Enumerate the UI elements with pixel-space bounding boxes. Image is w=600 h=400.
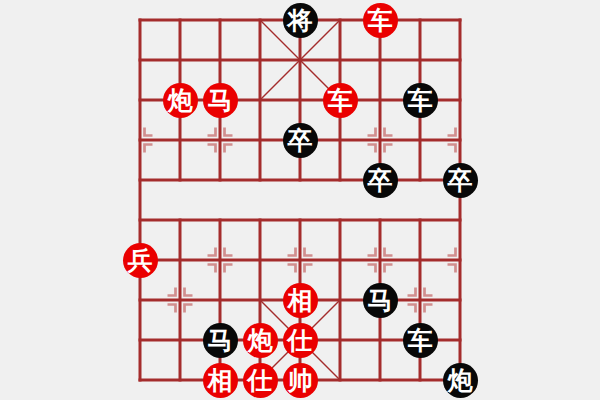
red-general[interactable]: 帅: [283, 363, 318, 398]
black-soldier[interactable]: 卒: [283, 123, 318, 158]
black-soldier[interactable]: 卒: [363, 163, 398, 198]
red-cannon[interactable]: 炮: [243, 323, 278, 358]
black-general[interactable]: 将: [283, 3, 318, 38]
red-chariot[interactable]: 车: [323, 83, 358, 118]
board-grid[interactable]: 将车炮马车车卒卒卒兵相马马炮仕车相仕帅炮: [120, 0, 480, 400]
red-chariot[interactable]: 车: [363, 3, 398, 38]
red-advisor[interactable]: 仕: [283, 323, 318, 358]
black-cannon[interactable]: 炮: [443, 363, 478, 398]
xiangqi-board: 将车炮马车车卒卒卒兵相马马炮仕车相仕帅炮: [0, 0, 600, 400]
red-horse[interactable]: 马: [203, 83, 238, 118]
red-cannon[interactable]: 炮: [163, 83, 198, 118]
black-chariot[interactable]: 车: [403, 323, 438, 358]
red-advisor[interactable]: 仕: [243, 363, 278, 398]
red-soldier[interactable]: 兵: [123, 243, 158, 278]
black-soldier[interactable]: 卒: [443, 163, 478, 198]
black-chariot[interactable]: 车: [403, 83, 438, 118]
black-horse[interactable]: 马: [363, 283, 398, 318]
black-horse[interactable]: 马: [203, 323, 238, 358]
red-elephant[interactable]: 相: [283, 283, 318, 318]
red-elephant[interactable]: 相: [203, 363, 238, 398]
